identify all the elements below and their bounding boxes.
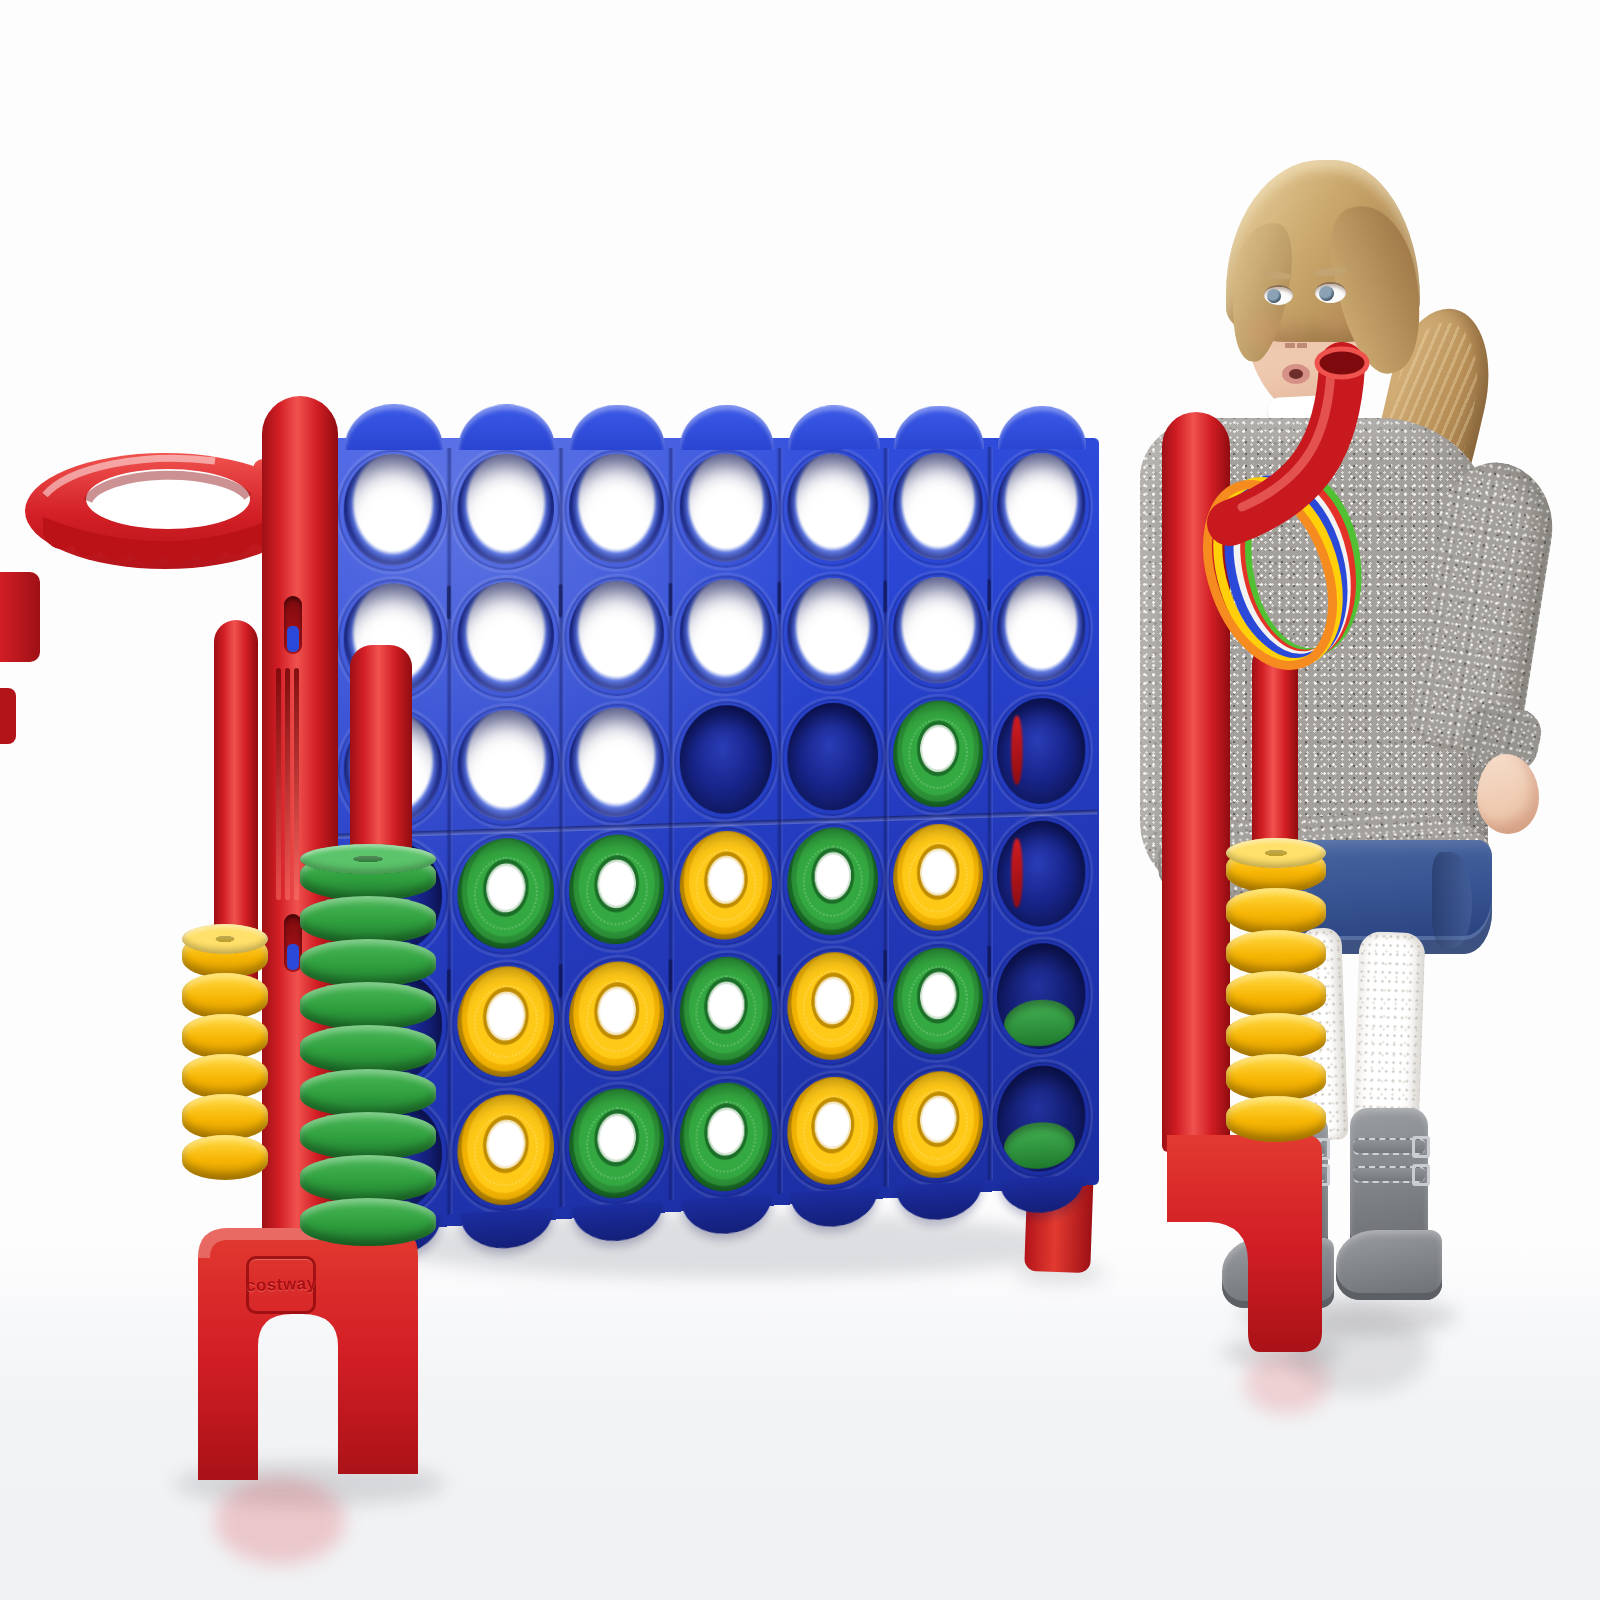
child-iris-right (1319, 286, 1334, 301)
yellow-stacked-disc (1226, 1054, 1326, 1100)
green-disc (787, 826, 878, 937)
cell-r2c4 (672, 571, 780, 699)
child-boot-right-foot (1336, 1230, 1442, 1300)
yellow-disc (458, 1092, 554, 1208)
green-disc (570, 1086, 665, 1201)
post-groove (276, 668, 281, 900)
cell-r2c2 (450, 573, 562, 703)
green-disc (679, 1080, 772, 1194)
cell-r2c5 (780, 570, 886, 696)
yellow-disc (679, 829, 772, 941)
cell-r5c3 (562, 951, 672, 1083)
empty-hole (787, 453, 878, 561)
green-disc (679, 955, 772, 1068)
yellow-disc (893, 822, 983, 932)
child-iris-left (1267, 289, 1281, 303)
cell-r6c2 (450, 1084, 562, 1219)
cell-r1c2 (450, 446, 562, 575)
cell-r3c4 (672, 696, 780, 825)
green-stacked-disc (300, 896, 436, 944)
ring-toss-assembly (1150, 325, 1480, 695)
yellow-disc (570, 959, 665, 1073)
center-green-disc-stack (300, 858, 436, 1246)
empty-hole (997, 575, 1085, 682)
cell-r6c5 (780, 1067, 886, 1198)
toss-tube-opening (1317, 349, 1367, 377)
brand-logo-text: costway (245, 1274, 316, 1296)
empty-hole (997, 819, 1085, 928)
yellow-disc (787, 1074, 878, 1187)
green-disc (570, 833, 665, 946)
green-disc-recessed (997, 941, 1085, 1051)
cell-r2c7 (990, 568, 1092, 692)
cell-r4c7 (990, 812, 1092, 938)
yellow-disc (787, 950, 878, 1062)
cell-r1c3 (562, 446, 672, 574)
column-rib (558, 448, 565, 1208)
post-groove (285, 668, 290, 900)
empty-hole (679, 453, 772, 562)
child-boot-right-shaft (1350, 1108, 1428, 1246)
column-rib (882, 448, 888, 1188)
child-fist (1477, 754, 1539, 834)
column-rib (668, 448, 675, 1201)
green-disc-recessed (997, 1063, 1085, 1174)
right-yellow-disc-stack (1226, 852, 1326, 1142)
right-leg-shape (1167, 1135, 1322, 1352)
green-disc (893, 946, 983, 1057)
empty-hole (893, 453, 983, 560)
empty-hole (570, 706, 665, 818)
top-scallop (459, 404, 556, 450)
yellow-stacked-disc (182, 1054, 268, 1099)
cell-r5c7 (990, 934, 1092, 1061)
empty-hole (458, 709, 554, 822)
cell-r3c7 (990, 690, 1092, 815)
cell-r1c7 (990, 446, 1092, 569)
photo-stage: costway (0, 0, 1600, 1600)
cell-r1c1 (336, 446, 450, 576)
cell-r5c5 (780, 942, 886, 1072)
top-scallop (998, 406, 1086, 450)
cell-r4c3 (562, 825, 672, 956)
connect-four-board (330, 438, 1099, 1234)
cell-r6c6 (886, 1061, 990, 1191)
cell-r6c3 (562, 1078, 672, 1211)
green-stacked-disc (300, 1155, 436, 1203)
yellow-stacked-disc (1226, 971, 1326, 1017)
yellow-stacked-disc (1226, 1096, 1326, 1142)
boot-buckle-icon (1412, 1164, 1430, 1186)
cell-r4c2 (450, 829, 562, 961)
post-groove (294, 668, 299, 900)
column-rib (986, 447, 992, 1180)
top-scallop (570, 405, 665, 450)
column-rib (776, 448, 782, 1194)
stack-top-face (300, 844, 436, 874)
cell-r4c6 (886, 815, 990, 943)
cell-r5c4 (672, 947, 780, 1078)
cell-r4c4 (672, 822, 780, 952)
yellow-stacked-disc (1226, 1013, 1326, 1059)
top-scallop (894, 406, 984, 450)
left-edge-red-piece-2 (0, 688, 16, 744)
yellow-stacked-disc (182, 1094, 268, 1139)
yellow-disc (458, 964, 554, 1079)
empty-hole (893, 576, 983, 684)
yellow-stacked-disc (1226, 930, 1326, 976)
empty-hole (458, 581, 554, 693)
blue-peg (287, 944, 299, 970)
yellow-stacked-disc (182, 973, 268, 1018)
top-scallop (680, 405, 773, 450)
cell-r4c5 (780, 818, 886, 947)
blue-peg (287, 626, 299, 652)
yellow-stacked-disc (1226, 888, 1326, 934)
post-slot (284, 596, 302, 654)
empty-hole (997, 697, 1085, 805)
cell-r3c2 (450, 701, 562, 832)
cell-r1c5 (780, 446, 886, 571)
cell-r3c6 (886, 692, 990, 818)
brand-logo: costway (246, 1256, 316, 1314)
yellow-stacked-disc (182, 1135, 268, 1180)
child-eye-right (1315, 282, 1346, 303)
yellow-disc (893, 1069, 983, 1181)
green-stacked-disc (300, 1069, 436, 1117)
empty-hole (458, 454, 554, 565)
cell-r1c4 (672, 446, 780, 572)
child-eye-left (1264, 285, 1293, 305)
cell-r2c3 (562, 572, 672, 701)
left-leg-reflection (215, 1478, 345, 1564)
stack-top-face (182, 924, 268, 954)
green-stacked-disc (300, 1025, 436, 1073)
green-stacked-disc (300, 1198, 436, 1246)
boot-buckle-icon (1412, 1136, 1430, 1158)
empty-hole (570, 453, 665, 563)
column-rib (446, 448, 453, 1215)
green-stacked-disc (300, 982, 436, 1030)
left-edge-red-piece (0, 572, 40, 662)
top-scallop (345, 404, 443, 450)
empty-hole (679, 704, 772, 815)
empty-hole (679, 579, 772, 689)
empty-hole (787, 577, 878, 686)
green-disc (893, 699, 983, 808)
cell-r5c6 (886, 938, 990, 1067)
empty-hole (344, 454, 442, 566)
stack-top-face (1226, 838, 1326, 868)
top-scallop (788, 405, 880, 449)
green-stacked-disc (300, 939, 436, 987)
empty-hole (570, 580, 665, 691)
green-stacked-disc (300, 1112, 436, 1160)
cell-r6c7 (990, 1056, 1092, 1185)
frame-right-leg (1160, 1130, 1335, 1360)
cell-r6c4 (672, 1072, 780, 1204)
cell-r3c3 (562, 699, 672, 829)
cell-r2c6 (886, 569, 990, 694)
cell-r1c6 (886, 446, 990, 570)
green-disc (458, 836, 554, 950)
yellow-stacked-disc (182, 1014, 268, 1059)
empty-hole (997, 453, 1085, 559)
left-yellow-disc-stack (182, 938, 268, 1180)
cell-r3c5 (780, 694, 886, 822)
empty-hole (787, 702, 878, 812)
cell-r5c2 (450, 956, 562, 1090)
